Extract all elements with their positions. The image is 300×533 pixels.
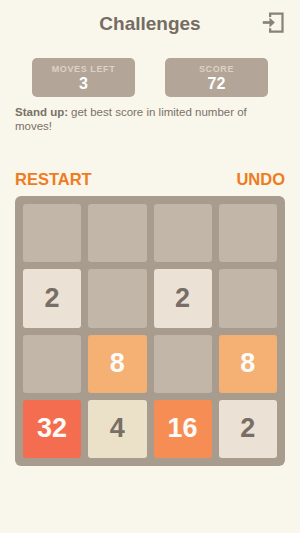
exit-arrow-icon [260,9,287,39]
game-board[interactable]: 2288324162 [15,196,285,466]
empty-cell [154,204,212,262]
tile-32: 32 [23,400,81,458]
undo-button[interactable]: UNDO [236,170,285,188]
tile-2: 2 [23,269,81,327]
empty-cell [88,204,146,262]
restart-button[interactable]: RESTART [15,170,92,188]
tile-2: 2 [219,400,277,458]
challenges-screen: Challenges MOVES LEFT 3 SCORE 72 Stand u… [0,0,300,533]
empty-cell [23,335,81,393]
empty-cell [88,269,146,327]
moves-left-label: MOVES LEFT [32,64,135,75]
tile-16: 16 [154,400,212,458]
tile-2: 2 [154,269,212,327]
exit-button[interactable] [258,9,288,39]
header: Challenges [0,0,300,36]
empty-cell [219,204,277,262]
score-label: SCORE [165,64,268,75]
tile-4: 4 [88,400,146,458]
tile-8: 8 [88,335,146,393]
challenge-description: Stand up:get best score in limited numbe… [0,105,300,133]
score-value: 72 [165,75,268,93]
tile-8: 8 [219,335,277,393]
moves-left-value: 3 [32,75,135,93]
empty-cell [154,335,212,393]
board-controls: RESTART UNDO [0,170,300,188]
empty-cell [219,269,277,327]
empty-cell [23,204,81,262]
challenge-name: Stand up: [15,106,68,118]
moves-left-box: MOVES LEFT 3 [32,58,135,97]
stats-row: MOVES LEFT 3 SCORE 72 [0,58,300,97]
score-box: SCORE 72 [165,58,268,97]
page-title: Challenges [0,12,300,36]
